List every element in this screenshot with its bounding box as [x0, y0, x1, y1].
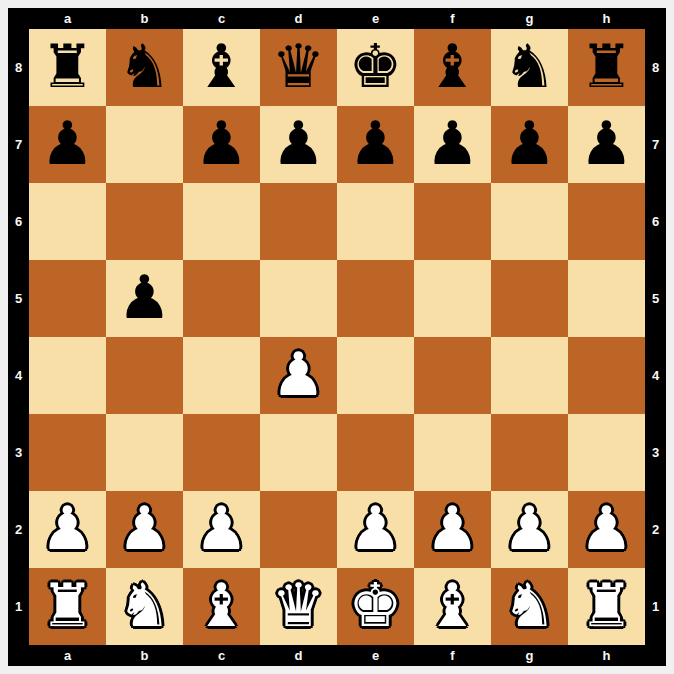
- black-pawn[interactable]: ♟: [503, 113, 557, 173]
- black-bishop[interactable]: ♝: [426, 36, 480, 96]
- file-label-e: e: [337, 645, 414, 666]
- white-queen[interactable]: ♛: [272, 575, 326, 635]
- square-d3[interactable]: [260, 414, 337, 491]
- square-g2[interactable]: ♟: [491, 491, 568, 568]
- square-h2[interactable]: ♟: [568, 491, 645, 568]
- file-label-g: g: [491, 8, 568, 29]
- rank-label-2: 2: [645, 491, 666, 568]
- white-pawn[interactable]: ♟: [503, 498, 557, 558]
- rank-label-7: 7: [8, 106, 29, 183]
- square-h4[interactable]: [568, 337, 645, 414]
- square-a2[interactable]: ♟: [29, 491, 106, 568]
- black-bishop[interactable]: ♝: [195, 36, 249, 96]
- file-labels-bottom: abcdefgh: [29, 645, 645, 666]
- square-a1[interactable]: ♜: [29, 568, 106, 645]
- rank-label-1: 1: [8, 568, 29, 645]
- black-knight[interactable]: ♞: [503, 36, 557, 96]
- rank-label-3: 3: [645, 414, 666, 491]
- file-label-b: b: [106, 8, 183, 29]
- page-background: abcdefgh abcdefgh 87654321 87654321 ♜♞♝♛…: [0, 0, 674, 674]
- square-d6[interactable]: [260, 183, 337, 260]
- square-h5[interactable]: [568, 260, 645, 337]
- square-b4[interactable]: [106, 337, 183, 414]
- white-pawn[interactable]: ♟: [118, 498, 172, 558]
- black-pawn[interactable]: ♟: [349, 113, 403, 173]
- square-a8[interactable]: ♜: [29, 29, 106, 106]
- file-label-d: d: [260, 8, 337, 29]
- file-label-g: g: [491, 645, 568, 666]
- black-pawn[interactable]: ♟: [41, 113, 95, 173]
- square-e6[interactable]: [337, 183, 414, 260]
- board-frame: abcdefgh abcdefgh 87654321 87654321 ♜♞♝♛…: [8, 8, 666, 666]
- white-pawn[interactable]: ♟: [349, 498, 403, 558]
- black-rook[interactable]: ♜: [41, 36, 95, 96]
- square-f3[interactable]: [414, 414, 491, 491]
- file-label-c: c: [183, 8, 260, 29]
- white-king[interactable]: ♚: [349, 575, 403, 635]
- square-g3[interactable]: [491, 414, 568, 491]
- rank-labels-left: 87654321: [8, 29, 29, 645]
- rank-labels-right: 87654321: [645, 29, 666, 645]
- square-c7[interactable]: ♟: [183, 106, 260, 183]
- square-c2[interactable]: ♟: [183, 491, 260, 568]
- white-rook[interactable]: ♜: [41, 575, 95, 635]
- square-g6[interactable]: [491, 183, 568, 260]
- square-b1[interactable]: ♞: [106, 568, 183, 645]
- white-knight[interactable]: ♞: [503, 575, 557, 635]
- square-c6[interactable]: [183, 183, 260, 260]
- square-b7[interactable]: [106, 106, 183, 183]
- white-pawn[interactable]: ♟: [195, 498, 249, 558]
- square-f4[interactable]: [414, 337, 491, 414]
- square-e3[interactable]: [337, 414, 414, 491]
- square-f8[interactable]: ♝: [414, 29, 491, 106]
- square-c1[interactable]: ♝: [183, 568, 260, 645]
- square-g4[interactable]: [491, 337, 568, 414]
- square-e8[interactable]: ♚: [337, 29, 414, 106]
- square-a4[interactable]: [29, 337, 106, 414]
- file-label-d: d: [260, 645, 337, 666]
- rank-label-7: 7: [645, 106, 666, 183]
- white-pawn[interactable]: ♟: [41, 498, 95, 558]
- white-bishop[interactable]: ♝: [195, 575, 249, 635]
- square-g8[interactable]: ♞: [491, 29, 568, 106]
- square-a3[interactable]: [29, 414, 106, 491]
- rank-label-5: 5: [645, 260, 666, 337]
- square-f7[interactable]: ♟: [414, 106, 491, 183]
- square-a6[interactable]: [29, 183, 106, 260]
- black-pawn[interactable]: ♟: [118, 267, 172, 327]
- square-b5[interactable]: ♟: [106, 260, 183, 337]
- white-pawn[interactable]: ♟: [426, 498, 480, 558]
- square-c3[interactable]: [183, 414, 260, 491]
- square-g5[interactable]: [491, 260, 568, 337]
- square-h6[interactable]: [568, 183, 645, 260]
- rank-label-6: 6: [645, 183, 666, 260]
- file-label-h: h: [568, 8, 645, 29]
- square-d1[interactable]: ♛: [260, 568, 337, 645]
- white-pawn[interactable]: ♟: [272, 344, 326, 404]
- black-rook[interactable]: ♜: [580, 36, 634, 96]
- rank-label-4: 4: [645, 337, 666, 414]
- square-d7[interactable]: ♟: [260, 106, 337, 183]
- rank-label-5: 5: [8, 260, 29, 337]
- square-f1[interactable]: ♝: [414, 568, 491, 645]
- black-pawn[interactable]: ♟: [426, 113, 480, 173]
- black-pawn[interactable]: ♟: [272, 113, 326, 173]
- black-queen[interactable]: ♛: [272, 36, 326, 96]
- square-f6[interactable]: [414, 183, 491, 260]
- square-a7[interactable]: ♟: [29, 106, 106, 183]
- square-d2[interactable]: [260, 491, 337, 568]
- rank-label-6: 6: [8, 183, 29, 260]
- square-b8[interactable]: ♞: [106, 29, 183, 106]
- square-h1[interactable]: ♜: [568, 568, 645, 645]
- file-label-a: a: [29, 645, 106, 666]
- square-e4[interactable]: [337, 337, 414, 414]
- square-d5[interactable]: [260, 260, 337, 337]
- square-e1[interactable]: ♚: [337, 568, 414, 645]
- file-label-a: a: [29, 8, 106, 29]
- square-a5[interactable]: [29, 260, 106, 337]
- rank-label-3: 3: [8, 414, 29, 491]
- square-e2[interactable]: ♟: [337, 491, 414, 568]
- square-f5[interactable]: [414, 260, 491, 337]
- chess-board: ♜♞♝♛♚♝♞♜♟♟♟♟♟♟♟♟♟♟♟♟♟♟♟♟♜♞♝♛♚♝♞♜: [29, 29, 645, 645]
- square-c4[interactable]: [183, 337, 260, 414]
- file-label-c: c: [183, 645, 260, 666]
- file-labels-top: abcdefgh: [29, 8, 645, 29]
- square-e5[interactable]: [337, 260, 414, 337]
- square-b3[interactable]: [106, 414, 183, 491]
- square-h7[interactable]: ♟: [568, 106, 645, 183]
- square-e7[interactable]: ♟: [337, 106, 414, 183]
- square-g7[interactable]: ♟: [491, 106, 568, 183]
- white-pawn[interactable]: ♟: [580, 498, 634, 558]
- rank-label-4: 4: [8, 337, 29, 414]
- square-g1[interactable]: ♞: [491, 568, 568, 645]
- rank-label-8: 8: [645, 29, 666, 106]
- file-label-b: b: [106, 645, 183, 666]
- file-label-f: f: [414, 8, 491, 29]
- black-knight[interactable]: ♞: [118, 36, 172, 96]
- square-d8[interactable]: ♛: [260, 29, 337, 106]
- square-f2[interactable]: ♟: [414, 491, 491, 568]
- file-label-h: h: [568, 645, 645, 666]
- square-d4[interactable]: ♟: [260, 337, 337, 414]
- square-h3[interactable]: [568, 414, 645, 491]
- rank-label-2: 2: [8, 491, 29, 568]
- square-c5[interactable]: [183, 260, 260, 337]
- square-c8[interactable]: ♝: [183, 29, 260, 106]
- file-label-f: f: [414, 645, 491, 666]
- file-label-e: e: [337, 8, 414, 29]
- white-knight[interactable]: ♞: [118, 575, 172, 635]
- square-b6[interactable]: [106, 183, 183, 260]
- black-pawn[interactable]: ♟: [195, 113, 249, 173]
- rank-label-8: 8: [8, 29, 29, 106]
- black-pawn[interactable]: ♟: [580, 113, 634, 173]
- square-b2[interactable]: ♟: [106, 491, 183, 568]
- black-king[interactable]: ♚: [349, 36, 403, 96]
- white-rook[interactable]: ♜: [580, 575, 634, 635]
- square-h8[interactable]: ♜: [568, 29, 645, 106]
- white-bishop[interactable]: ♝: [426, 575, 480, 635]
- rank-label-1: 1: [645, 568, 666, 645]
